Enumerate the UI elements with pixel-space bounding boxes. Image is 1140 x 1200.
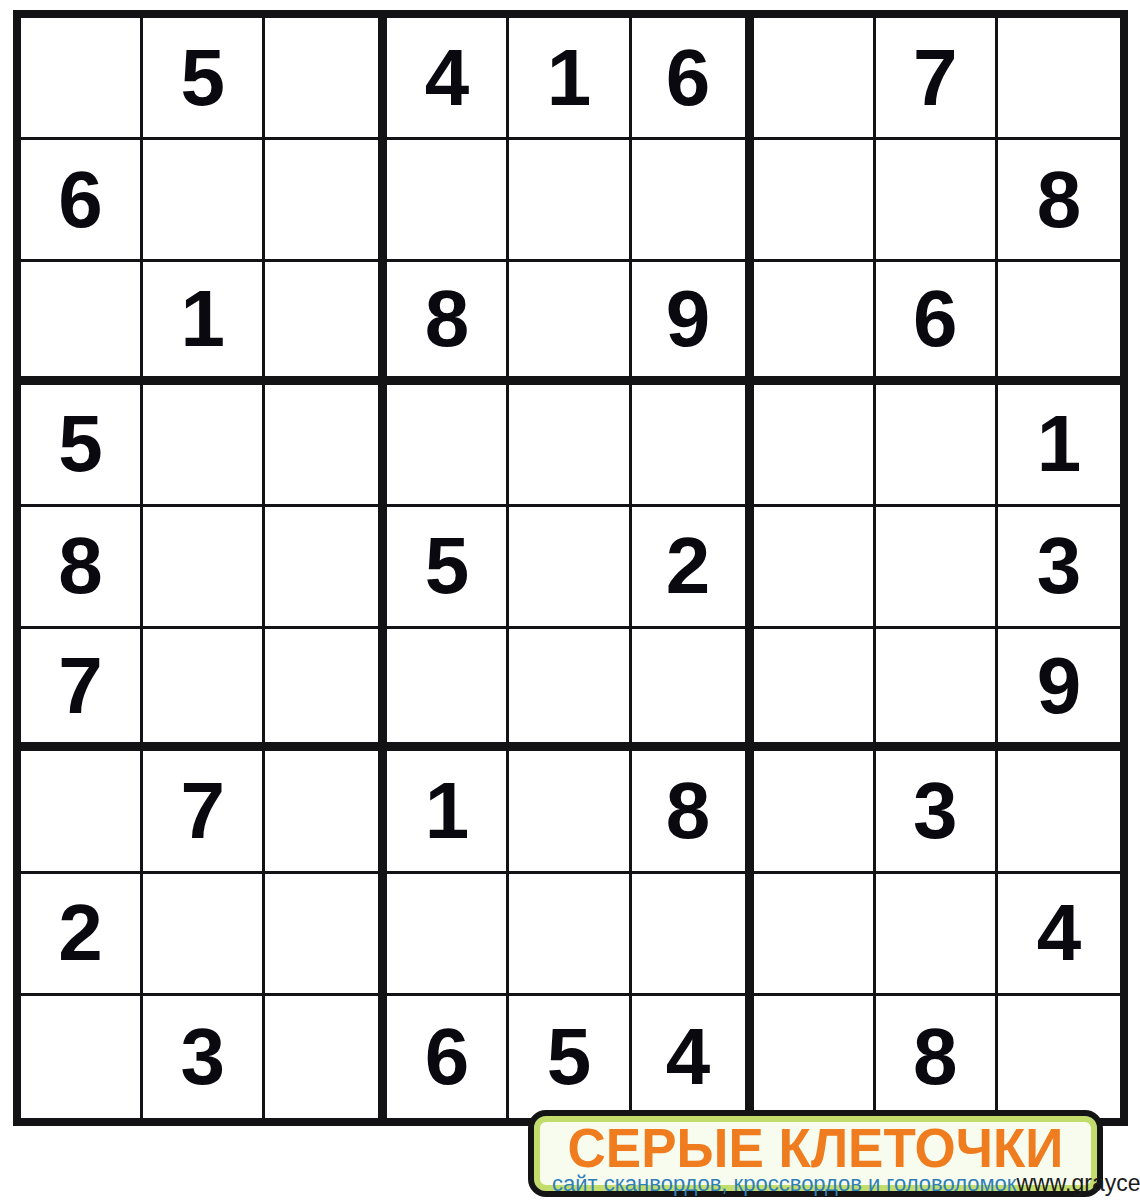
cell-r3c8[interactable]: 6 xyxy=(876,262,998,384)
cell-r8c9[interactable]: 4 xyxy=(998,874,1120,996)
cell-r2c8[interactable] xyxy=(876,140,998,262)
cell-r3c6[interactable]: 9 xyxy=(632,262,754,384)
cell-r4c4[interactable] xyxy=(387,385,509,507)
cell-r4c3[interactable] xyxy=(265,385,387,507)
cell-r4c8[interactable] xyxy=(876,385,998,507)
cell-r6c5[interactable] xyxy=(509,629,631,751)
cell-r7c2[interactable]: 7 xyxy=(143,751,265,873)
cell-r3c3[interactable] xyxy=(265,262,387,384)
cell-r4c5[interactable] xyxy=(509,385,631,507)
cell-r5c4[interactable]: 5 xyxy=(387,507,509,629)
cell-r1c6[interactable]: 6 xyxy=(632,18,754,140)
cell-r6c1[interactable]: 7 xyxy=(21,629,143,751)
cell-r6c9[interactable]: 9 xyxy=(998,629,1120,751)
cell-r7c5[interactable] xyxy=(509,751,631,873)
cell-r7c9[interactable] xyxy=(998,751,1120,873)
cell-r2c2[interactable] xyxy=(143,140,265,262)
cell-r6c3[interactable] xyxy=(265,629,387,751)
cell-r2c4[interactable] xyxy=(387,140,509,262)
cell-r2c6[interactable] xyxy=(632,140,754,262)
cell-r5c1[interactable]: 8 xyxy=(21,507,143,629)
cell-r2c3[interactable] xyxy=(265,140,387,262)
cell-r6c8[interactable] xyxy=(876,629,998,751)
cell-r6c2[interactable] xyxy=(143,629,265,751)
cell-r3c5[interactable] xyxy=(509,262,631,384)
cell-r9c5[interactable]: 5 xyxy=(509,996,631,1118)
cell-r7c3[interactable] xyxy=(265,751,387,873)
sudoku-board: 541676818965185237971832436548 xyxy=(13,10,1128,1126)
cell-r8c8[interactable] xyxy=(876,874,998,996)
cell-r7c4[interactable]: 1 xyxy=(387,751,509,873)
cell-r6c7[interactable] xyxy=(754,629,876,751)
cell-r5c5[interactable] xyxy=(509,507,631,629)
cell-r5c9[interactable]: 3 xyxy=(998,507,1120,629)
cell-r6c4[interactable] xyxy=(387,629,509,751)
cell-r6c6[interactable] xyxy=(632,629,754,751)
cell-r1c1[interactable] xyxy=(21,18,143,140)
cell-r1c9[interactable] xyxy=(998,18,1120,140)
cell-r9c7[interactable] xyxy=(754,996,876,1118)
cell-r3c1[interactable] xyxy=(21,262,143,384)
cell-r3c9[interactable] xyxy=(998,262,1120,384)
cell-r4c2[interactable] xyxy=(143,385,265,507)
cell-r8c7[interactable] xyxy=(754,874,876,996)
cell-r9c4[interactable]: 6 xyxy=(387,996,509,1118)
cell-r1c2[interactable]: 5 xyxy=(143,18,265,140)
cell-r8c3[interactable] xyxy=(265,874,387,996)
cell-r5c2[interactable] xyxy=(143,507,265,629)
cell-r8c2[interactable] xyxy=(143,874,265,996)
cell-r4c7[interactable] xyxy=(754,385,876,507)
cell-r1c5[interactable]: 1 xyxy=(509,18,631,140)
cell-r5c8[interactable] xyxy=(876,507,998,629)
cell-r8c1[interactable]: 2 xyxy=(21,874,143,996)
cell-r3c4[interactable]: 8 xyxy=(387,262,509,384)
cell-r1c4[interactable]: 4 xyxy=(387,18,509,140)
cell-r3c2[interactable]: 1 xyxy=(143,262,265,384)
cell-r9c1[interactable] xyxy=(21,996,143,1118)
cell-r2c1[interactable]: 6 xyxy=(21,140,143,262)
cell-r9c3[interactable] xyxy=(265,996,387,1118)
cell-r7c6[interactable]: 8 xyxy=(632,751,754,873)
cell-r7c8[interactable]: 3 xyxy=(876,751,998,873)
cell-r7c1[interactable] xyxy=(21,751,143,873)
graycell-logo: СЕРЫЕ КЛЕТОЧКИ сайт сканвордов, кроссвор… xyxy=(528,1110,1103,1197)
cell-r5c6[interactable]: 2 xyxy=(632,507,754,629)
cell-r8c4[interactable] xyxy=(387,874,509,996)
logo-title: СЕРЫЕ КЛЕТОЧКИ xyxy=(552,1125,1079,1171)
cell-r1c7[interactable] xyxy=(754,18,876,140)
cell-r4c1[interactable]: 5 xyxy=(21,385,143,507)
cell-r9c6[interactable]: 4 xyxy=(632,996,754,1118)
cell-r3c7[interactable] xyxy=(754,262,876,384)
cell-r5c7[interactable] xyxy=(754,507,876,629)
cell-r1c3[interactable] xyxy=(265,18,387,140)
cell-r7c7[interactable] xyxy=(754,751,876,873)
cell-r2c9[interactable]: 8 xyxy=(998,140,1120,262)
cell-r8c6[interactable] xyxy=(632,874,754,996)
cell-r9c2[interactable]: 3 xyxy=(143,996,265,1118)
cell-r2c5[interactable] xyxy=(509,140,631,262)
cell-r9c8[interactable]: 8 xyxy=(876,996,998,1118)
cell-r5c3[interactable] xyxy=(265,507,387,629)
cell-r4c9[interactable]: 1 xyxy=(998,385,1120,507)
cell-r2c7[interactable] xyxy=(754,140,876,262)
cell-r4c6[interactable] xyxy=(632,385,754,507)
cell-r9c9[interactable] xyxy=(998,996,1120,1118)
page: 541676818965185237971832436548 СЕРЫЕ КЛЕ… xyxy=(0,0,1140,1200)
cell-r1c8[interactable]: 7 xyxy=(876,18,998,140)
cell-r8c5[interactable] xyxy=(509,874,631,996)
